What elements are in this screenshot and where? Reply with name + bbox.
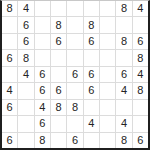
- cell-r3c7[interactable]: [100, 34, 115, 49]
- cell-r6c6: 6: [84, 83, 99, 98]
- cell-r6c4: 6: [51, 83, 66, 98]
- cell-r5c7[interactable]: [100, 67, 115, 82]
- cell-r6c3: 6: [35, 83, 50, 98]
- cell-r6c8: 4: [116, 83, 131, 98]
- cell-r8c4[interactable]: [51, 116, 66, 131]
- cell-r3c1[interactable]: [2, 34, 17, 49]
- cell-r7c3: 4: [35, 100, 50, 115]
- cell-r8c5[interactable]: [67, 116, 82, 131]
- cell-r4c9: 8: [133, 50, 148, 65]
- cell-r3c5[interactable]: [67, 34, 82, 49]
- cell-r5c3: 6: [35, 67, 50, 82]
- cell-r2c7[interactable]: [100, 17, 115, 32]
- cell-r8c9[interactable]: [133, 116, 148, 131]
- cell-r5c9: 4: [133, 67, 148, 82]
- cell-r9c4[interactable]: [51, 133, 66, 148]
- cell-r4c4[interactable]: [51, 50, 66, 65]
- cell-r1c6[interactable]: [84, 1, 99, 16]
- cell-r2c6: 8: [84, 17, 99, 32]
- cell-r7c1: 6: [2, 100, 17, 115]
- cell-r1c8: 8: [116, 1, 131, 16]
- cell-r2c5[interactable]: [67, 17, 82, 32]
- cell-r1c1: 8: [2, 1, 17, 16]
- cell-r4c6[interactable]: [84, 50, 99, 65]
- cell-r2c1[interactable]: [2, 17, 17, 32]
- cell-r3c2: 6: [18, 34, 33, 49]
- cell-r5c2: 4: [18, 67, 33, 82]
- cell-r5c5: 6: [67, 67, 82, 82]
- cell-r4c5[interactable]: [67, 50, 82, 65]
- cell-r7c4: 8: [51, 100, 66, 115]
- cell-r6c1: 4: [2, 83, 17, 98]
- cell-r3c9: 6: [133, 34, 148, 49]
- cell-r2c2: 6: [18, 17, 33, 32]
- cell-r7c9[interactable]: [133, 100, 148, 115]
- cell-r9c2[interactable]: [18, 133, 33, 148]
- cell-r2c3[interactable]: [35, 17, 50, 32]
- cell-r4c1: 6: [2, 50, 17, 65]
- cell-r8c1[interactable]: [2, 116, 17, 131]
- sudoku-board: 848468866686688466664466648648864468686: [0, 0, 150, 150]
- cell-r7c5: 8: [67, 100, 82, 115]
- cell-r2c9[interactable]: [133, 17, 148, 32]
- cell-r9c3: 8: [35, 133, 50, 148]
- cell-r1c7[interactable]: [100, 1, 115, 16]
- cell-r3c4: 6: [51, 34, 66, 49]
- cell-r9c1: 6: [2, 133, 17, 148]
- cell-r4c8[interactable]: [116, 50, 131, 65]
- cell-r5c8: 6: [116, 67, 131, 82]
- cell-r4c3[interactable]: [35, 50, 50, 65]
- cell-r9c6[interactable]: [84, 133, 99, 148]
- cell-r4c2: 8: [18, 50, 33, 65]
- cell-r1c5[interactable]: [67, 1, 82, 16]
- cell-r3c8: 8: [116, 34, 131, 49]
- cell-r2c4: 8: [51, 17, 66, 32]
- cell-r6c5[interactable]: [67, 83, 82, 98]
- cell-r3c3[interactable]: [35, 34, 50, 49]
- cell-r9c8: 8: [116, 133, 131, 148]
- cell-r7c2[interactable]: [18, 100, 33, 115]
- cell-r5c1[interactable]: [2, 67, 17, 82]
- cell-r7c6[interactable]: [84, 100, 99, 115]
- cell-r8c6: 4: [84, 116, 99, 131]
- cell-r1c2: 4: [18, 1, 33, 16]
- cell-r3c6: 6: [84, 34, 99, 49]
- cell-r4c7[interactable]: [100, 50, 115, 65]
- cell-r6c2[interactable]: [18, 83, 33, 98]
- cell-r9c9: 6: [133, 133, 148, 148]
- cell-r9c5: 6: [67, 133, 82, 148]
- cell-r8c7[interactable]: [100, 116, 115, 131]
- cell-r2c8[interactable]: [116, 17, 131, 32]
- cell-r9c7[interactable]: [100, 133, 115, 148]
- cell-r8c8: 4: [116, 116, 131, 131]
- cell-r5c6: 6: [84, 67, 99, 82]
- cell-r5c4[interactable]: [51, 67, 66, 82]
- cell-r1c3[interactable]: [35, 1, 50, 16]
- cell-r7c8[interactable]: [116, 100, 131, 115]
- cell-r6c7[interactable]: [100, 83, 115, 98]
- cell-r6c9: 8: [133, 83, 148, 98]
- cell-r1c4[interactable]: [51, 1, 66, 16]
- cell-r1c9: 4: [133, 1, 148, 16]
- cell-r7c7[interactable]: [100, 100, 115, 115]
- cell-r8c2[interactable]: [18, 116, 33, 131]
- cell-r8c3: 6: [35, 116, 50, 131]
